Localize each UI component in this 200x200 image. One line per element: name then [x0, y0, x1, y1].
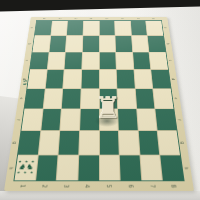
- square-d5[interactable]: [99, 70, 116, 88]
- square-a5[interactable]: [99, 21, 114, 36]
- square-f7[interactable]: [137, 109, 157, 130]
- square-b6[interactable]: [116, 36, 133, 52]
- square-b8[interactable]: [148, 36, 166, 52]
- square-h6[interactable]: [120, 155, 141, 180]
- white-rook[interactable]: ♜: [94, 91, 122, 125]
- photo-scene: 12345678 12345678 abcdefgh abcdefgh US C…: [0, 0, 200, 200]
- square-c7[interactable]: [133, 52, 151, 69]
- square-e8[interactable]: [154, 89, 174, 109]
- square-h8[interactable]: [161, 155, 184, 180]
- square-a8[interactable]: [146, 21, 163, 36]
- square-b7[interactable]: [132, 36, 149, 52]
- square-c2[interactable]: [47, 52, 65, 69]
- square-e2[interactable]: [43, 89, 62, 109]
- square-a4[interactable]: [83, 21, 98, 36]
- square-d4[interactable]: [81, 70, 98, 88]
- square-h7[interactable]: [140, 155, 162, 180]
- square-b1[interactable]: [32, 36, 50, 52]
- square-h2[interactable]: [36, 155, 58, 180]
- square-b5[interactable]: [99, 36, 115, 52]
- square-f2[interactable]: [41, 109, 61, 130]
- square-b3[interactable]: [66, 36, 83, 52]
- square-e3[interactable]: [62, 89, 81, 109]
- square-g8[interactable]: [158, 131, 180, 154]
- square-g3[interactable]: [59, 131, 79, 154]
- square-d6[interactable]: [117, 70, 135, 88]
- square-d7[interactable]: [134, 70, 152, 88]
- coords-bottom: 12345678: [12, 181, 186, 191]
- square-f3[interactable]: [60, 109, 79, 130]
- square-g7[interactable]: [138, 131, 159, 154]
- square-h1[interactable]: ★ ★ ★♞♞★ ★ ★: [14, 155, 37, 180]
- square-h3[interactable]: [57, 155, 78, 180]
- square-e1[interactable]: [25, 89, 45, 109]
- square-d8[interactable]: [151, 70, 170, 88]
- square-d1[interactable]: [27, 70, 46, 88]
- square-c6[interactable]: [116, 52, 133, 69]
- square-g1[interactable]: [18, 131, 40, 154]
- square-b2[interactable]: [49, 36, 66, 52]
- square-a2[interactable]: [51, 21, 67, 36]
- square-d2[interactable]: [45, 70, 63, 88]
- square-g5[interactable]: [99, 131, 118, 154]
- square-h4[interactable]: [78, 155, 98, 180]
- square-d3[interactable]: [63, 70, 81, 88]
- square-g6[interactable]: [119, 131, 139, 154]
- square-f8[interactable]: [156, 109, 177, 130]
- square-c8[interactable]: [150, 52, 168, 69]
- square-c3[interactable]: [65, 52, 82, 69]
- square-f1[interactable]: [21, 109, 42, 130]
- logo-stars: ★ ★ ★: [16, 171, 34, 174]
- square-c1[interactable]: [30, 52, 48, 69]
- square-a6[interactable]: [115, 21, 131, 36]
- us-chess-logo: ★ ★ ★♞♞★ ★ ★: [16, 161, 35, 175]
- square-e7[interactable]: [135, 89, 154, 109]
- square-c5[interactable]: [99, 52, 116, 69]
- square-h5[interactable]: [99, 155, 119, 180]
- square-b4[interactable]: [83, 36, 99, 52]
- square-g2[interactable]: [38, 131, 59, 154]
- square-a7[interactable]: [131, 21, 147, 36]
- square-g4[interactable]: [79, 131, 98, 154]
- square-c4[interactable]: [82, 52, 99, 69]
- square-a3[interactable]: [67, 21, 83, 36]
- square-a1[interactable]: [35, 21, 52, 36]
